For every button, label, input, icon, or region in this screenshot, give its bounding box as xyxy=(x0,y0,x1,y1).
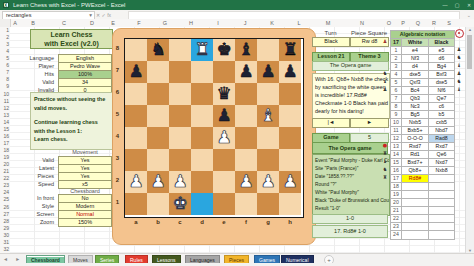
fx-icons: ✕ ✓ fx xyxy=(96,11,111,19)
screen-label: Screen xyxy=(28,211,54,217)
text-line: by sacrificing the white queen xyxy=(315,83,389,91)
square-h6[interactable] xyxy=(279,83,301,105)
name-box-dropdown-icon[interactable]: ▾ xyxy=(89,12,92,19)
square-d1[interactable] xyxy=(191,193,213,215)
black-king-e8: ♚ xyxy=(213,39,235,61)
text-line: Date "1858.??.??" xyxy=(315,173,389,181)
row-header-13[interactable]: 13 xyxy=(3,112,9,118)
square-h3[interactable] xyxy=(279,149,301,171)
square-f5[interactable] xyxy=(235,105,257,127)
square-h2[interactable]: ♟ xyxy=(279,171,301,193)
white-rook-d8: ♜ xyxy=(191,39,213,61)
turn-value: Black xyxy=(312,37,350,47)
row-header-6[interactable]: 6 xyxy=(6,62,9,68)
column-header-P[interactable]: P xyxy=(401,19,405,27)
square-a3[interactable] xyxy=(125,149,147,171)
chess-board: ♞♜♚♝♜♟♟♟♟♛♟♝♟♟♟♟♟♟♟♚ xyxy=(124,38,304,218)
row-header-21[interactable]: 21 xyxy=(3,168,9,174)
column-header-B[interactable]: B xyxy=(31,19,35,27)
square-c5[interactable] xyxy=(169,105,191,127)
rank-label-1: 1 xyxy=(113,199,122,205)
row-header-5[interactable]: 5 xyxy=(6,55,9,61)
row-header-31[interactable]: 31 xyxy=(3,239,9,245)
window-title: Learn Chess with Excel - PWExcel - Excel xyxy=(13,0,125,10)
square-e4[interactable]: ♟ xyxy=(213,127,235,149)
row-header-32[interactable]: 32 xyxy=(3,246,9,252)
column-header-H[interactable]: H xyxy=(189,19,193,27)
move-marker-right-2: ♞ xyxy=(455,54,463,60)
move-marker-left-15: ♝ xyxy=(381,158,389,164)
column-header-I[interactable]: I xyxy=(217,19,219,27)
row-header-15[interactable]: 15 xyxy=(3,126,9,132)
zoom-value[interactable]: 150% xyxy=(58,218,112,227)
pieces-label: Pieces xyxy=(28,173,54,179)
black-bishop-f8: ♝ xyxy=(235,39,257,61)
scroll-up-icon[interactable]: ▲ xyxy=(466,27,474,32)
square-d7[interactable] xyxy=(191,61,213,83)
file-label-h: h xyxy=(279,219,301,225)
column-header-Q[interactable]: Q xyxy=(416,19,420,27)
move-marker-left-5: ♝ xyxy=(381,78,389,84)
rank-label-6: 6 xyxy=(113,89,122,95)
turn-header: Turn xyxy=(312,30,349,36)
app-title-line1: Learn Chess xyxy=(31,30,112,39)
move-marker-left-6: ♟ xyxy=(381,86,389,92)
column-header-A[interactable]: A xyxy=(13,19,17,27)
square-c2[interactable]: ♟ xyxy=(169,171,191,193)
square-g6[interactable] xyxy=(257,83,279,105)
row-header-17[interactable]: 17 xyxy=(3,140,9,146)
square-f3[interactable] xyxy=(235,149,257,171)
column-header-D[interactable]: D xyxy=(90,19,94,27)
row-header-4[interactable]: 4 xyxy=(6,48,9,54)
player-label: Player xyxy=(28,63,54,69)
row-header-24[interactable]: 24 xyxy=(3,189,9,195)
square-g7[interactable]: ♟ xyxy=(257,61,279,83)
white-pawn-e4: ♟ xyxy=(213,127,235,149)
rank-label-2: 2 xyxy=(113,177,122,183)
game-title: The Opera game xyxy=(312,142,388,154)
row-header-20[interactable]: 20 xyxy=(3,161,9,167)
close-button[interactable]: ✕ xyxy=(464,0,474,10)
white-pawn-h2: ♟ xyxy=(279,171,301,193)
square-f2[interactable]: ♟ xyxy=(235,171,257,193)
move-marker-left-17: ♜ xyxy=(381,174,389,180)
square-b3[interactable] xyxy=(147,149,169,171)
square-e8[interactable]: ♚ xyxy=(213,39,235,61)
black-pawn-a7: ♟ xyxy=(125,61,147,83)
text-line: with the Lesson 1: xyxy=(34,127,114,136)
column-header-E[interactable]: E xyxy=(111,19,115,27)
square-e7[interactable] xyxy=(213,61,235,83)
file-label-f: f xyxy=(235,219,257,225)
square-b7[interactable] xyxy=(147,61,169,83)
pgn-tags: Event "Paul Morphy - Duke Karl Count Iso… xyxy=(312,154,390,216)
column-header-G[interactable]: G xyxy=(163,19,167,27)
square-g5[interactable]: ♝ xyxy=(257,105,279,127)
row-header-8[interactable]: 8 xyxy=(6,76,9,82)
file-label-d: d xyxy=(191,219,213,225)
square-e3[interactable] xyxy=(213,149,235,171)
scrollbar-thumb[interactable] xyxy=(467,35,472,69)
white-move-24 xyxy=(401,230,429,240)
title-bar: Learn Chess with Excel - PWExcel - Excel… xyxy=(0,0,474,10)
row-header-19[interactable]: 19 xyxy=(3,154,9,160)
lesson-title: The Opera game xyxy=(312,61,389,71)
text-line: Practice without seeing the xyxy=(34,95,114,104)
black-rook-h8: ♜ xyxy=(279,39,301,61)
row-header-1[interactable]: 1 xyxy=(6,27,9,33)
move-marker-right-4: ♟ xyxy=(455,70,463,76)
square-h8[interactable]: ♜ xyxy=(279,39,301,61)
row-header-23[interactable]: 23 xyxy=(3,182,9,188)
text-line: Black "Duke of Brunswick and Count Isoua… xyxy=(315,197,389,205)
square-d5[interactable] xyxy=(191,105,213,127)
latest-label: Latest xyxy=(28,165,54,171)
square-e1[interactable] xyxy=(213,193,235,215)
next-move-button[interactable]: ► xyxy=(350,118,389,128)
ribbon-expand-icon[interactable]: ⌄ xyxy=(467,11,471,19)
row-header-10[interactable]: 10 xyxy=(3,91,9,97)
square-a2[interactable]: ♟ xyxy=(125,171,147,193)
move-marker-right-1: ♟ xyxy=(455,46,463,52)
practice-note: Practice without seeing thevalid moves.C… xyxy=(30,92,115,150)
text-line: Learn chess. xyxy=(34,135,114,144)
column-header-C[interactable]: C xyxy=(62,19,66,27)
maximize-button[interactable]: ▢ xyxy=(452,0,462,10)
text-line: White "Paul Morphy" xyxy=(315,189,389,197)
black-pawn-f7: ♟ xyxy=(235,61,257,83)
column-header-L[interactable]: L xyxy=(297,19,300,27)
square-a5[interactable] xyxy=(125,105,147,127)
row-header-27[interactable]: 27 xyxy=(3,211,9,217)
column-header-J[interactable]: J xyxy=(244,19,247,27)
row-header-22[interactable]: 22 xyxy=(3,175,9,181)
move-marker-left-4: ♞ xyxy=(381,70,389,76)
white-pawn-g2: ♟ xyxy=(257,171,279,193)
square-d2[interactable] xyxy=(191,171,213,193)
zoom-label: Zoom xyxy=(28,219,54,225)
black-pawn-h7: ♟ xyxy=(279,61,301,83)
column-header-K[interactable]: K xyxy=(270,19,274,27)
white-bishop-g5: ♝ xyxy=(257,105,279,127)
excel-icon xyxy=(3,2,9,8)
vertical-scrollbar[interactable]: ▲ ▼ xyxy=(465,27,474,253)
square-b1[interactable] xyxy=(147,193,169,215)
square-a8[interactable] xyxy=(125,39,147,61)
move-marker-right-5: ♞ xyxy=(455,78,463,84)
square-f1[interactable] xyxy=(235,193,257,215)
square-f6[interactable] xyxy=(235,83,257,105)
last-move-display: 17. Rd8# 1-0 xyxy=(312,225,388,238)
square-f7[interactable]: ♟ xyxy=(235,61,257,83)
square-h7[interactable]: ♟ xyxy=(279,61,301,83)
in-front-label: In front xyxy=(28,195,54,201)
rank-label-7: 7 xyxy=(113,67,122,73)
square-g3[interactable] xyxy=(257,149,279,171)
move-marker-left-14: ♜ xyxy=(381,150,389,156)
square-a4[interactable] xyxy=(125,127,147,149)
rank-label-3: 3 xyxy=(113,155,122,161)
text-line: Round "?" xyxy=(315,181,389,189)
square-d8[interactable]: ♜ xyxy=(191,39,213,61)
white-king-c1: ♚ xyxy=(169,193,191,215)
square-b8[interactable]: ♞ xyxy=(147,39,169,61)
black-move-24 xyxy=(428,230,455,240)
select-all-corner[interactable] xyxy=(0,19,11,27)
text-line: With 16. Qb8+ Nxb8 the check xyxy=(315,75,389,83)
square-d3[interactable] xyxy=(191,149,213,171)
row-header-9[interactable]: 9 xyxy=(6,83,9,89)
square-b2[interactable]: ♟ xyxy=(147,171,169,193)
file-label-a: a xyxy=(125,219,147,225)
valid-label: Valid xyxy=(28,79,54,85)
square-b4[interactable] xyxy=(147,127,169,149)
square-c6[interactable] xyxy=(169,83,191,105)
row-header-26[interactable]: 26 xyxy=(3,204,9,210)
file-label-e: e xyxy=(213,219,235,225)
row-header-28[interactable]: 28 xyxy=(3,218,9,224)
row-header-2[interactable]: 2 xyxy=(6,34,9,40)
row-header-3[interactable]: 3 xyxy=(6,41,9,47)
column-header-N[interactable]: N xyxy=(360,19,364,27)
row-header-14[interactable]: 14 xyxy=(3,119,9,125)
black-knight-b8: ♞ xyxy=(147,39,169,61)
app-title-line2: with Excel (v2.0) xyxy=(31,39,112,48)
rank-label-8: 8 xyxy=(113,45,122,51)
square-h4[interactable] xyxy=(279,127,301,149)
row-header-16[interactable]: 16 xyxy=(3,133,9,139)
row-header-12[interactable]: 12 xyxy=(3,105,9,111)
text-line: is incredible! 17.Rd8# xyxy=(315,91,389,99)
app-title: Learn Chess with Excel (v2.0) xyxy=(30,29,113,49)
black-queen-e6: ♛ xyxy=(213,83,235,105)
text-line: valid moves. xyxy=(34,104,114,113)
square-c7[interactable] xyxy=(169,61,191,83)
record-button[interactable] xyxy=(455,29,464,38)
square-a1[interactable] xyxy=(125,193,147,215)
hits-label: Hits xyxy=(28,71,54,77)
square-h5[interactable] xyxy=(279,105,301,127)
white-pawn-f2: ♟ xyxy=(235,171,257,193)
movement-header: Movement xyxy=(58,149,112,155)
square-d4[interactable] xyxy=(191,127,213,149)
text-line: Result "1-0" xyxy=(315,205,389,213)
valid-label: Valid xyxy=(28,157,54,163)
square-e6[interactable]: ♛ xyxy=(213,83,235,105)
move-marker-right-3: ♝ xyxy=(455,62,463,68)
row-header-11[interactable]: 11 xyxy=(4,98,9,104)
white-pawn-c2: ♟ xyxy=(169,171,191,193)
square-b5[interactable] xyxy=(147,105,169,127)
row-header-29[interactable]: 29 xyxy=(3,225,9,231)
speed-label: Speed xyxy=(28,181,54,187)
column-header-M[interactable]: M xyxy=(326,19,331,27)
game-result: 1-0 xyxy=(312,214,388,224)
row-header-18[interactable]: 18 xyxy=(3,147,9,153)
text-line: Event "Paul Morphy - Duke Karl Count Iso… xyxy=(315,157,389,165)
square-e5[interactable]: ♟ xyxy=(213,105,235,127)
square-a7[interactable]: ♟ xyxy=(125,61,147,83)
square-b6[interactable] xyxy=(147,83,169,105)
square-g8[interactable] xyxy=(257,39,279,61)
column-header-R[interactable]: R xyxy=(432,19,436,27)
square-c4[interactable] xyxy=(169,127,191,149)
square-f4[interactable] xyxy=(235,127,257,149)
name-box-value: rectangles xyxy=(6,12,31,18)
prev-move-button[interactable]: |◄ xyxy=(312,118,350,128)
lesson-info-text: With 16. Qb8+ Nxb8 the checkby sacrifici… xyxy=(312,73,390,119)
column-header-F[interactable]: F xyxy=(137,19,140,27)
text-line: Continue learning chess xyxy=(34,118,114,127)
white-pawn-a2: ♟ xyxy=(125,171,147,193)
square-a6[interactable] xyxy=(125,83,147,105)
text-line: Site "Paris (France)" xyxy=(315,165,389,173)
square-e2[interactable] xyxy=(213,171,235,193)
square-g1[interactable] xyxy=(257,193,279,215)
row-header-30[interactable]: 30 xyxy=(3,232,9,238)
square-d6[interactable] xyxy=(191,83,213,105)
white-pawn-b2: ♟ xyxy=(147,171,169,193)
square-h1[interactable] xyxy=(279,193,301,215)
row-header-7[interactable]: 7 xyxy=(6,69,9,75)
language-label: Language xyxy=(28,55,54,61)
tab-scroll-arrows[interactable]: ◄ ► xyxy=(3,256,23,262)
square-f8[interactable]: ♝ xyxy=(235,39,257,61)
black-pawn-g7: ♟ xyxy=(257,61,279,83)
file-label-g: g xyxy=(257,219,279,225)
file-label-b: b xyxy=(147,219,169,225)
move-marker-right-6: ♝ xyxy=(455,86,463,92)
column-header-S[interactable]: S xyxy=(447,19,451,27)
square-g2[interactable]: ♟ xyxy=(257,171,279,193)
text-line: dearly for his daring! xyxy=(315,107,389,115)
piece-square-header: Piece Square xyxy=(350,30,388,36)
file-label-c: c xyxy=(169,219,191,225)
square-g4[interactable] xyxy=(257,127,279,149)
text-line: Checkmate 1-0 Black has paid xyxy=(315,99,389,107)
column-header-O[interactable]: O xyxy=(387,19,391,27)
move-marker-left-16: ♞ xyxy=(381,166,389,172)
minimize-button[interactable]: — xyxy=(440,0,450,10)
rank-label-4: 4 xyxy=(113,133,122,139)
square-c8[interactable] xyxy=(169,39,191,61)
square-c1[interactable]: ♚ xyxy=(169,193,191,215)
move-marker-left-13: ● xyxy=(381,142,389,148)
black-pawn-e5: ♟ xyxy=(213,105,235,127)
rank-label-5: 5 xyxy=(113,111,122,117)
style-label: Style xyxy=(28,203,54,209)
square-c3[interactable] xyxy=(169,149,191,171)
captured-piece-marker: ♟ xyxy=(381,38,389,44)
row-header-25[interactable]: 25 xyxy=(3,196,9,202)
